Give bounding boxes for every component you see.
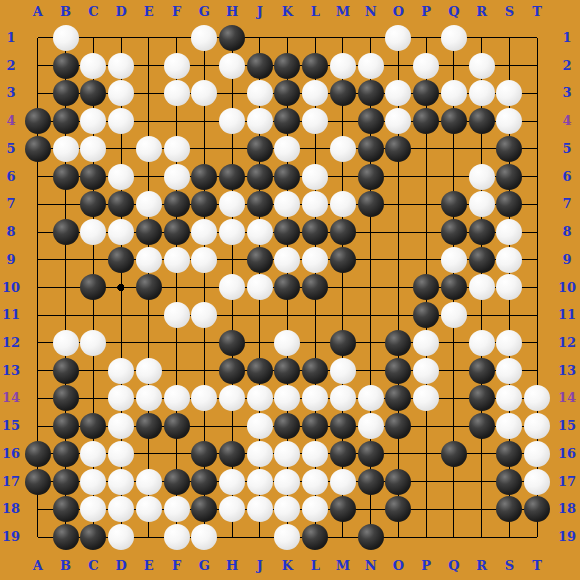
intersection-F8[interactable]: [163, 218, 191, 246]
intersection-S12[interactable]: [496, 329, 524, 357]
intersection-G14[interactable]: [190, 385, 218, 413]
intersection-J15[interactable]: [246, 412, 274, 440]
intersection-G16[interactable]: [190, 440, 218, 468]
intersection-G1[interactable]: [190, 24, 218, 52]
intersection-T7[interactable]: [523, 190, 551, 218]
intersection-D3[interactable]: [107, 79, 135, 107]
intersection-A18[interactable]: [24, 496, 52, 524]
intersection-H4[interactable]: [218, 107, 246, 135]
intersection-E11[interactable]: [135, 301, 163, 329]
intersection-O11[interactable]: [385, 301, 413, 329]
intersection-G17[interactable]: [190, 468, 218, 496]
intersection-Q2[interactable]: [440, 52, 468, 80]
intersection-D16[interactable]: [107, 440, 135, 468]
intersection-Q7[interactable]: [440, 190, 468, 218]
intersection-S3[interactable]: [496, 79, 524, 107]
intersection-N15[interactable]: [357, 412, 385, 440]
intersection-H14[interactable]: [218, 385, 246, 413]
intersection-N7[interactable]: [357, 190, 385, 218]
intersection-E9[interactable]: [135, 246, 163, 274]
intersection-L7[interactable]: [301, 190, 329, 218]
intersection-F4[interactable]: [163, 107, 191, 135]
intersection-H18[interactable]: [218, 496, 246, 524]
intersection-L6[interactable]: [301, 163, 329, 191]
intersection-S6[interactable]: [496, 163, 524, 191]
intersection-H10[interactable]: [218, 274, 246, 302]
intersection-T10[interactable]: [523, 274, 551, 302]
intersection-L2[interactable]: [301, 52, 329, 80]
intersection-E4[interactable]: [135, 107, 163, 135]
intersection-D14[interactable]: [107, 385, 135, 413]
intersection-D18[interactable]: [107, 496, 135, 524]
intersection-L14[interactable]: [301, 385, 329, 413]
intersection-C13[interactable]: [79, 357, 107, 385]
intersection-B12[interactable]: [52, 329, 80, 357]
intersection-N11[interactable]: [357, 301, 385, 329]
intersection-R9[interactable]: [468, 246, 496, 274]
intersection-P8[interactable]: [412, 218, 440, 246]
intersection-B19[interactable]: [52, 523, 80, 551]
intersection-D7[interactable]: [107, 190, 135, 218]
intersection-M5[interactable]: [329, 135, 357, 163]
intersection-Q17[interactable]: [440, 468, 468, 496]
intersection-E13[interactable]: [135, 357, 163, 385]
intersection-F11[interactable]: [163, 301, 191, 329]
intersection-N1[interactable]: [357, 24, 385, 52]
intersection-L19[interactable]: [301, 523, 329, 551]
intersection-L16[interactable]: [301, 440, 329, 468]
intersection-H5[interactable]: [218, 135, 246, 163]
intersection-L3[interactable]: [301, 79, 329, 107]
intersection-R1[interactable]: [468, 24, 496, 52]
intersection-H15[interactable]: [218, 412, 246, 440]
intersection-P15[interactable]: [412, 412, 440, 440]
intersection-D11[interactable]: [107, 301, 135, 329]
intersection-G19[interactable]: [190, 523, 218, 551]
intersection-P18[interactable]: [412, 496, 440, 524]
intersection-D4[interactable]: [107, 107, 135, 135]
intersection-A17[interactable]: [24, 468, 52, 496]
intersection-E14[interactable]: [135, 385, 163, 413]
intersection-C15[interactable]: [79, 412, 107, 440]
intersection-S19[interactable]: [496, 523, 524, 551]
intersection-P10[interactable]: [412, 274, 440, 302]
intersection-D19[interactable]: [107, 523, 135, 551]
intersection-B6[interactable]: [52, 163, 80, 191]
intersection-C1[interactable]: [79, 24, 107, 52]
intersection-H1[interactable]: [218, 24, 246, 52]
intersection-O12[interactable]: [385, 329, 413, 357]
intersection-M8[interactable]: [329, 218, 357, 246]
intersection-R14[interactable]: [468, 385, 496, 413]
intersection-A9[interactable]: [24, 246, 52, 274]
intersection-N12[interactable]: [357, 329, 385, 357]
intersection-D2[interactable]: [107, 52, 135, 80]
intersection-O5[interactable]: [385, 135, 413, 163]
intersection-Q9[interactable]: [440, 246, 468, 274]
intersection-C14[interactable]: [79, 385, 107, 413]
intersection-D6[interactable]: [107, 163, 135, 191]
intersection-F9[interactable]: [163, 246, 191, 274]
intersection-B16[interactable]: [52, 440, 80, 468]
intersection-C11[interactable]: [79, 301, 107, 329]
intersection-L17[interactable]: [301, 468, 329, 496]
intersection-T3[interactable]: [523, 79, 551, 107]
intersection-A19[interactable]: [24, 523, 52, 551]
intersection-M19[interactable]: [329, 523, 357, 551]
intersection-E19[interactable]: [135, 523, 163, 551]
intersection-O19[interactable]: [385, 523, 413, 551]
intersection-S8[interactable]: [496, 218, 524, 246]
intersection-Q19[interactable]: [440, 523, 468, 551]
intersection-J4[interactable]: [246, 107, 274, 135]
intersection-L9[interactable]: [301, 246, 329, 274]
intersection-F13[interactable]: [163, 357, 191, 385]
intersection-N6[interactable]: [357, 163, 385, 191]
intersection-C19[interactable]: [79, 523, 107, 551]
intersection-H17[interactable]: [218, 468, 246, 496]
intersection-S5[interactable]: [496, 135, 524, 163]
intersection-J14[interactable]: [246, 385, 274, 413]
intersection-F7[interactable]: [163, 190, 191, 218]
intersection-B11[interactable]: [52, 301, 80, 329]
intersection-H8[interactable]: [218, 218, 246, 246]
intersection-O16[interactable]: [385, 440, 413, 468]
intersection-M18[interactable]: [329, 496, 357, 524]
intersection-R13[interactable]: [468, 357, 496, 385]
intersection-Q8[interactable]: [440, 218, 468, 246]
intersection-J13[interactable]: [246, 357, 274, 385]
intersection-C5[interactable]: [79, 135, 107, 163]
intersection-B17[interactable]: [52, 468, 80, 496]
intersection-M16[interactable]: [329, 440, 357, 468]
intersection-R10[interactable]: [468, 274, 496, 302]
intersection-P6[interactable]: [412, 163, 440, 191]
intersection-D15[interactable]: [107, 412, 135, 440]
intersection-G12[interactable]: [190, 329, 218, 357]
intersection-B14[interactable]: [52, 385, 80, 413]
go-board[interactable]: [24, 24, 551, 551]
intersection-T2[interactable]: [523, 52, 551, 80]
intersection-S13[interactable]: [496, 357, 524, 385]
intersection-T15[interactable]: [523, 412, 551, 440]
intersection-J3[interactable]: [246, 79, 274, 107]
intersection-R17[interactable]: [468, 468, 496, 496]
intersection-G7[interactable]: [190, 190, 218, 218]
intersection-N18[interactable]: [357, 496, 385, 524]
intersection-G2[interactable]: [190, 52, 218, 80]
intersection-S14[interactable]: [496, 385, 524, 413]
intersection-H9[interactable]: [218, 246, 246, 274]
intersection-P7[interactable]: [412, 190, 440, 218]
intersection-D10[interactable]: [107, 274, 135, 302]
intersection-J1[interactable]: [246, 24, 274, 52]
intersection-C12[interactable]: [79, 329, 107, 357]
intersection-F1[interactable]: [163, 24, 191, 52]
intersection-J8[interactable]: [246, 218, 274, 246]
intersection-S4[interactable]: [496, 107, 524, 135]
intersection-E16[interactable]: [135, 440, 163, 468]
intersection-C9[interactable]: [79, 246, 107, 274]
intersection-O9[interactable]: [385, 246, 413, 274]
intersection-T12[interactable]: [523, 329, 551, 357]
intersection-R4[interactable]: [468, 107, 496, 135]
intersection-L12[interactable]: [301, 329, 329, 357]
intersection-Q6[interactable]: [440, 163, 468, 191]
intersection-G18[interactable]: [190, 496, 218, 524]
intersection-J5[interactable]: [246, 135, 274, 163]
intersection-C16[interactable]: [79, 440, 107, 468]
intersection-C18[interactable]: [79, 496, 107, 524]
intersection-N16[interactable]: [357, 440, 385, 468]
intersection-K7[interactable]: [274, 190, 302, 218]
intersection-S7[interactable]: [496, 190, 524, 218]
intersection-J17[interactable]: [246, 468, 274, 496]
intersection-E2[interactable]: [135, 52, 163, 80]
intersection-K3[interactable]: [274, 79, 302, 107]
intersection-O6[interactable]: [385, 163, 413, 191]
intersection-K15[interactable]: [274, 412, 302, 440]
intersection-K5[interactable]: [274, 135, 302, 163]
intersection-T8[interactable]: [523, 218, 551, 246]
intersection-T14[interactable]: [523, 385, 551, 413]
intersection-G9[interactable]: [190, 246, 218, 274]
intersection-M1[interactable]: [329, 24, 357, 52]
intersection-A4[interactable]: [24, 107, 52, 135]
intersection-K12[interactable]: [274, 329, 302, 357]
intersection-P9[interactable]: [412, 246, 440, 274]
intersection-N4[interactable]: [357, 107, 385, 135]
intersection-F19[interactable]: [163, 523, 191, 551]
intersection-T9[interactable]: [523, 246, 551, 274]
intersection-R19[interactable]: [468, 523, 496, 551]
intersection-C8[interactable]: [79, 218, 107, 246]
intersection-Q13[interactable]: [440, 357, 468, 385]
intersection-K18[interactable]: [274, 496, 302, 524]
intersection-T18[interactable]: [523, 496, 551, 524]
intersection-B8[interactable]: [52, 218, 80, 246]
intersection-G8[interactable]: [190, 218, 218, 246]
intersection-K10[interactable]: [274, 274, 302, 302]
intersection-E8[interactable]: [135, 218, 163, 246]
intersection-P16[interactable]: [412, 440, 440, 468]
intersection-E10[interactable]: [135, 274, 163, 302]
intersection-N3[interactable]: [357, 79, 385, 107]
intersection-A15[interactable]: [24, 412, 52, 440]
intersection-J11[interactable]: [246, 301, 274, 329]
intersection-O8[interactable]: [385, 218, 413, 246]
intersection-M10[interactable]: [329, 274, 357, 302]
intersection-J18[interactable]: [246, 496, 274, 524]
intersection-R7[interactable]: [468, 190, 496, 218]
intersection-R6[interactable]: [468, 163, 496, 191]
intersection-R11[interactable]: [468, 301, 496, 329]
intersection-T1[interactable]: [523, 24, 551, 52]
intersection-E5[interactable]: [135, 135, 163, 163]
intersection-R18[interactable]: [468, 496, 496, 524]
intersection-Q12[interactable]: [440, 329, 468, 357]
intersection-T13[interactable]: [523, 357, 551, 385]
intersection-H6[interactable]: [218, 163, 246, 191]
intersection-R16[interactable]: [468, 440, 496, 468]
intersection-P4[interactable]: [412, 107, 440, 135]
intersection-P2[interactable]: [412, 52, 440, 80]
intersection-F6[interactable]: [163, 163, 191, 191]
intersection-P19[interactable]: [412, 523, 440, 551]
intersection-O1[interactable]: [385, 24, 413, 52]
intersection-B2[interactable]: [52, 52, 80, 80]
intersection-P14[interactable]: [412, 385, 440, 413]
intersection-S2[interactable]: [496, 52, 524, 80]
intersection-T11[interactable]: [523, 301, 551, 329]
intersection-K16[interactable]: [274, 440, 302, 468]
intersection-R15[interactable]: [468, 412, 496, 440]
intersection-S9[interactable]: [496, 246, 524, 274]
intersection-Q3[interactable]: [440, 79, 468, 107]
intersection-T17[interactable]: [523, 468, 551, 496]
intersection-G3[interactable]: [190, 79, 218, 107]
intersection-B15[interactable]: [52, 412, 80, 440]
intersection-M14[interactable]: [329, 385, 357, 413]
intersection-O2[interactable]: [385, 52, 413, 80]
intersection-B10[interactable]: [52, 274, 80, 302]
intersection-E6[interactable]: [135, 163, 163, 191]
intersection-D12[interactable]: [107, 329, 135, 357]
intersection-F17[interactable]: [163, 468, 191, 496]
intersection-L8[interactable]: [301, 218, 329, 246]
intersection-O10[interactable]: [385, 274, 413, 302]
intersection-D5[interactable]: [107, 135, 135, 163]
intersection-H16[interactable]: [218, 440, 246, 468]
intersection-A6[interactable]: [24, 163, 52, 191]
intersection-A10[interactable]: [24, 274, 52, 302]
intersection-A13[interactable]: [24, 357, 52, 385]
intersection-Q1[interactable]: [440, 24, 468, 52]
intersection-T16[interactable]: [523, 440, 551, 468]
intersection-D17[interactable]: [107, 468, 135, 496]
intersection-P17[interactable]: [412, 468, 440, 496]
intersection-F15[interactable]: [163, 412, 191, 440]
intersection-H11[interactable]: [218, 301, 246, 329]
intersection-A5[interactable]: [24, 135, 52, 163]
intersection-C4[interactable]: [79, 107, 107, 135]
intersection-M7[interactable]: [329, 190, 357, 218]
intersection-R3[interactable]: [468, 79, 496, 107]
intersection-P1[interactable]: [412, 24, 440, 52]
intersection-K11[interactable]: [274, 301, 302, 329]
intersection-H13[interactable]: [218, 357, 246, 385]
intersection-O18[interactable]: [385, 496, 413, 524]
intersection-L11[interactable]: [301, 301, 329, 329]
intersection-B13[interactable]: [52, 357, 80, 385]
intersection-N5[interactable]: [357, 135, 385, 163]
intersection-C17[interactable]: [79, 468, 107, 496]
intersection-N2[interactable]: [357, 52, 385, 80]
intersection-K13[interactable]: [274, 357, 302, 385]
intersection-P5[interactable]: [412, 135, 440, 163]
intersection-K8[interactable]: [274, 218, 302, 246]
intersection-J2[interactable]: [246, 52, 274, 80]
intersection-D13[interactable]: [107, 357, 135, 385]
intersection-R12[interactable]: [468, 329, 496, 357]
intersection-D8[interactable]: [107, 218, 135, 246]
intersection-Q4[interactable]: [440, 107, 468, 135]
intersection-J7[interactable]: [246, 190, 274, 218]
intersection-K6[interactable]: [274, 163, 302, 191]
intersection-M17[interactable]: [329, 468, 357, 496]
intersection-E1[interactable]: [135, 24, 163, 52]
intersection-B3[interactable]: [52, 79, 80, 107]
intersection-R8[interactable]: [468, 218, 496, 246]
intersection-G15[interactable]: [190, 412, 218, 440]
intersection-L5[interactable]: [301, 135, 329, 163]
intersection-N13[interactable]: [357, 357, 385, 385]
intersection-K9[interactable]: [274, 246, 302, 274]
intersection-M13[interactable]: [329, 357, 357, 385]
intersection-G13[interactable]: [190, 357, 218, 385]
intersection-H19[interactable]: [218, 523, 246, 551]
intersection-A8[interactable]: [24, 218, 52, 246]
intersection-K14[interactable]: [274, 385, 302, 413]
intersection-B9[interactable]: [52, 246, 80, 274]
intersection-O4[interactable]: [385, 107, 413, 135]
intersection-L18[interactable]: [301, 496, 329, 524]
intersection-C6[interactable]: [79, 163, 107, 191]
intersection-C7[interactable]: [79, 190, 107, 218]
intersection-B18[interactable]: [52, 496, 80, 524]
intersection-A11[interactable]: [24, 301, 52, 329]
intersection-K17[interactable]: [274, 468, 302, 496]
intersection-P12[interactable]: [412, 329, 440, 357]
intersection-A1[interactable]: [24, 24, 52, 52]
intersection-J10[interactable]: [246, 274, 274, 302]
intersection-E18[interactable]: [135, 496, 163, 524]
intersection-L13[interactable]: [301, 357, 329, 385]
intersection-T6[interactable]: [523, 163, 551, 191]
intersection-C3[interactable]: [79, 79, 107, 107]
intersection-N9[interactable]: [357, 246, 385, 274]
intersection-Q18[interactable]: [440, 496, 468, 524]
intersection-Q16[interactable]: [440, 440, 468, 468]
intersection-Q15[interactable]: [440, 412, 468, 440]
intersection-F10[interactable]: [163, 274, 191, 302]
intersection-F18[interactable]: [163, 496, 191, 524]
intersection-R2[interactable]: [468, 52, 496, 80]
intersection-H12[interactable]: [218, 329, 246, 357]
intersection-F3[interactable]: [163, 79, 191, 107]
intersection-N19[interactable]: [357, 523, 385, 551]
intersection-C10[interactable]: [79, 274, 107, 302]
intersection-A2[interactable]: [24, 52, 52, 80]
intersection-T19[interactable]: [523, 523, 551, 551]
intersection-L10[interactable]: [301, 274, 329, 302]
intersection-G11[interactable]: [190, 301, 218, 329]
intersection-A16[interactable]: [24, 440, 52, 468]
intersection-S1[interactable]: [496, 24, 524, 52]
intersection-S16[interactable]: [496, 440, 524, 468]
intersection-F14[interactable]: [163, 385, 191, 413]
intersection-L4[interactable]: [301, 107, 329, 135]
intersection-D1[interactable]: [107, 24, 135, 52]
intersection-J12[interactable]: [246, 329, 274, 357]
intersection-M3[interactable]: [329, 79, 357, 107]
intersection-J16[interactable]: [246, 440, 274, 468]
intersection-Q14[interactable]: [440, 385, 468, 413]
intersection-S10[interactable]: [496, 274, 524, 302]
intersection-Q10[interactable]: [440, 274, 468, 302]
intersection-Q5[interactable]: [440, 135, 468, 163]
intersection-A7[interactable]: [24, 190, 52, 218]
